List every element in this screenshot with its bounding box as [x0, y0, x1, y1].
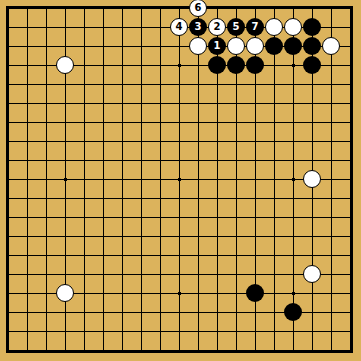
black-stone-move-3: 3	[189, 18, 207, 36]
black-stone	[227, 56, 245, 74]
black-stone	[265, 37, 283, 55]
white-stone	[189, 37, 207, 55]
black-stone	[208, 56, 226, 74]
white-stone	[303, 170, 321, 188]
black-stone	[303, 37, 321, 55]
black-stone	[303, 56, 321, 74]
white-stone	[56, 284, 74, 302]
black-stone-move-5: 5	[227, 18, 245, 36]
go-board: 6432571	[0, 0, 361, 361]
white-stone	[284, 18, 302, 36]
black-stone	[284, 37, 302, 55]
black-stone	[284, 303, 302, 321]
black-stone	[246, 284, 264, 302]
black-stone-move-1: 1	[208, 37, 226, 55]
white-stone	[227, 37, 245, 55]
white-stone-move-6: 6	[189, 0, 207, 17]
white-stone	[303, 265, 321, 283]
goban-grid[interactable]: 6432571	[0, 0, 360, 360]
black-stone	[303, 18, 321, 36]
white-stone-move-2: 2	[208, 18, 226, 36]
black-stone-move-7: 7	[246, 18, 264, 36]
white-stone	[265, 18, 283, 36]
white-stone	[56, 56, 74, 74]
white-stone-move-4: 4	[170, 18, 188, 36]
white-stone	[322, 37, 340, 55]
black-stone	[246, 56, 264, 74]
white-stone	[246, 37, 264, 55]
